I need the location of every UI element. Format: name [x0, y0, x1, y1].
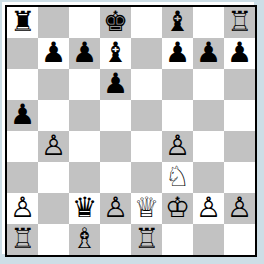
white-king-piece: ♔ — [165, 192, 190, 223]
square-h1[interactable] — [224, 224, 255, 255]
square-h8[interactable]: ♖ — [224, 7, 255, 38]
black-king-piece: ♚ — [103, 6, 128, 37]
square-f5[interactable] — [162, 100, 193, 131]
square-h5[interactable] — [224, 100, 255, 131]
square-h4[interactable] — [224, 131, 255, 162]
square-g6[interactable] — [193, 69, 224, 100]
square-g7[interactable]: ♟ — [193, 38, 224, 69]
white-pawn-piece: ♙ — [10, 192, 35, 223]
square-a4[interactable] — [7, 131, 38, 162]
black-queen-piece: ♛ — [72, 192, 97, 223]
white-rook-piece: ♖ — [134, 223, 159, 254]
square-a5[interactable]: ♟ — [7, 100, 38, 131]
square-f6[interactable] — [162, 69, 193, 100]
black-bishop-piece: ♝ — [165, 6, 190, 37]
black-pawn-piece: ♟ — [103, 68, 128, 99]
square-b8[interactable] — [38, 7, 69, 38]
square-g5[interactable] — [193, 100, 224, 131]
square-d2[interactable]: ♙ — [100, 193, 131, 224]
square-f1[interactable] — [162, 224, 193, 255]
square-e3[interactable] — [131, 162, 162, 193]
square-e8[interactable] — [131, 7, 162, 38]
square-f3[interactable]: ♘ — [162, 162, 193, 193]
square-c1[interactable]: ♗ — [69, 224, 100, 255]
square-a7[interactable] — [7, 38, 38, 69]
square-f7[interactable]: ♟ — [162, 38, 193, 69]
square-b1[interactable] — [38, 224, 69, 255]
square-e7[interactable] — [131, 38, 162, 69]
white-rook-piece: ♖ — [227, 6, 252, 37]
square-e1[interactable]: ♖ — [131, 224, 162, 255]
black-pawn-piece: ♟ — [165, 37, 190, 68]
square-c4[interactable] — [69, 131, 100, 162]
square-h7[interactable]: ♟ — [224, 38, 255, 69]
white-queen-piece: ♕ — [134, 192, 159, 223]
black-pawn-piece: ♟ — [227, 37, 252, 68]
white-pawn-piece: ♙ — [103, 192, 128, 223]
square-f4[interactable]: ♙ — [162, 131, 193, 162]
square-b2[interactable] — [38, 193, 69, 224]
square-d6[interactable]: ♟ — [100, 69, 131, 100]
square-g8[interactable] — [193, 7, 224, 38]
chessboard-frame: ♜♚♝♖♟♟♝♟♟♟♟♟♙♙♘♙♛♙♕♔♙♙♖♗♖ — [5, 5, 257, 257]
black-pawn-piece: ♟ — [72, 37, 97, 68]
square-h2[interactable]: ♙ — [224, 193, 255, 224]
square-a2[interactable]: ♙ — [7, 193, 38, 224]
square-b6[interactable] — [38, 69, 69, 100]
square-b4[interactable]: ♙ — [38, 131, 69, 162]
black-rook-piece: ♜ — [10, 6, 35, 37]
square-a6[interactable] — [7, 69, 38, 100]
square-a3[interactable] — [7, 162, 38, 193]
black-pawn-piece: ♟ — [196, 37, 221, 68]
square-c5[interactable] — [69, 100, 100, 131]
white-pawn-piece: ♙ — [227, 192, 252, 223]
square-c2[interactable]: ♛ — [69, 193, 100, 224]
white-rook-piece: ♖ — [10, 223, 35, 254]
square-g3[interactable] — [193, 162, 224, 193]
square-e5[interactable] — [131, 100, 162, 131]
white-pawn-piece: ♙ — [196, 192, 221, 223]
square-g2[interactable]: ♙ — [193, 193, 224, 224]
black-pawn-piece: ♟ — [41, 37, 66, 68]
white-pawn-piece: ♙ — [165, 130, 190, 161]
square-b7[interactable]: ♟ — [38, 38, 69, 69]
square-d5[interactable] — [100, 100, 131, 131]
square-e4[interactable] — [131, 131, 162, 162]
square-a8[interactable]: ♜ — [7, 7, 38, 38]
square-g1[interactable] — [193, 224, 224, 255]
square-f2[interactable]: ♔ — [162, 193, 193, 224]
white-bishop-piece: ♗ — [72, 223, 97, 254]
square-g4[interactable] — [193, 131, 224, 162]
square-h3[interactable] — [224, 162, 255, 193]
square-d3[interactable] — [100, 162, 131, 193]
square-c8[interactable] — [69, 7, 100, 38]
white-pawn-piece: ♙ — [41, 130, 66, 161]
chessboard: ♜♚♝♖♟♟♝♟♟♟♟♟♙♙♘♙♛♙♕♔♙♙♖♗♖ — [7, 7, 255, 255]
square-e6[interactable] — [131, 69, 162, 100]
square-a1[interactable]: ♖ — [7, 224, 38, 255]
square-d1[interactable] — [100, 224, 131, 255]
black-pawn-piece: ♟ — [10, 99, 35, 130]
square-b5[interactable] — [38, 100, 69, 131]
square-d7[interactable]: ♝ — [100, 38, 131, 69]
square-f8[interactable]: ♝ — [162, 7, 193, 38]
square-b3[interactable] — [38, 162, 69, 193]
square-c6[interactable] — [69, 69, 100, 100]
square-h6[interactable] — [224, 69, 255, 100]
square-d8[interactable]: ♚ — [100, 7, 131, 38]
square-e2[interactable]: ♕ — [131, 193, 162, 224]
white-knight-piece: ♘ — [165, 161, 190, 192]
square-d4[interactable] — [100, 131, 131, 162]
square-c3[interactable] — [69, 162, 100, 193]
black-bishop-piece: ♝ — [103, 37, 128, 68]
square-c7[interactable]: ♟ — [69, 38, 100, 69]
